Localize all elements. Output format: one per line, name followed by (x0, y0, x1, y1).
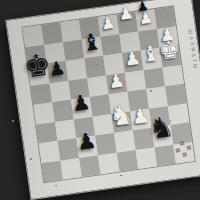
black-knight[interactable]: ♞ (147, 113, 176, 144)
white-pawn[interactable]: ♟ (107, 71, 125, 91)
white-pawn[interactable]: ♟ (123, 49, 141, 69)
chessboard-paper: ♟♟♟♝♟♚♟♟♝♚♟♟♞♟♟♞ ШАХМАТЫ ✥✥✥✥ ♟ (5, 0, 200, 200)
chessboard: ♟♟♟♝♟♚♟♟♝♚♟♟♞♟♟♞ (21, 5, 195, 183)
black-pawn[interactable]: ♟ (47, 58, 67, 79)
white-king[interactable]: ♚ (157, 37, 182, 64)
white-pawn[interactable]: ♟ (100, 15, 116, 33)
dust-speck (12, 120, 14, 122)
white-pawn[interactable]: ♟ (117, 4, 134, 23)
photo-scene: ♟♟♟♝♟♚♟♟♝♚♟♟♞♟♟♞ ШАХМАТЫ ✥✥✥✥ ♟ (0, 0, 200, 200)
black-pawn[interactable]: ♟ (70, 92, 92, 115)
black-bishop[interactable]: ♝ (80, 29, 104, 55)
board-brand-text: ШАХМАТЫ (187, 29, 200, 119)
black-pawn[interactable]: ♟ (75, 130, 98, 155)
black-pawn[interactable]: ♟ (136, 0, 149, 13)
